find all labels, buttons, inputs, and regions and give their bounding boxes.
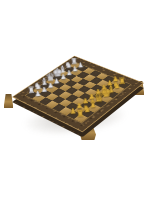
board-square: ♜ bbox=[74, 114, 88, 123]
chess-piece-gold-r: ♜ bbox=[74, 108, 85, 119]
chess-piece-silver-p: ♟ bbox=[33, 91, 43, 99]
product-photo: ♜♟♟♜♞♟♟♞♝♟♟♝♚♟♟♚♛♟♟♛♝♟♟♝♞♟♟♞♜♟♟♜ bbox=[0, 0, 150, 200]
